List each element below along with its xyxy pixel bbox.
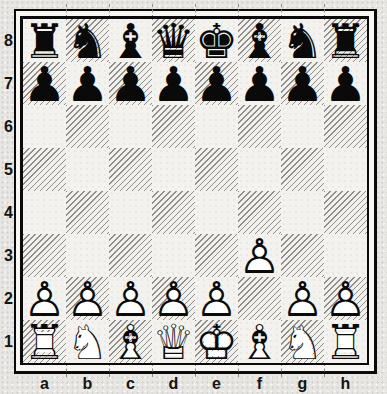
white-pawn-h2: ♟♙ (324, 277, 367, 320)
black-piece-glyph: ♟ (324, 62, 367, 105)
black-rook-a8: ♜ (23, 19, 66, 62)
square-a6[interactable] (23, 105, 66, 148)
square-e5[interactable] (195, 148, 238, 191)
square-f2[interactable] (238, 277, 281, 320)
white-piece-fill: ♟ (66, 277, 109, 320)
square-d8[interactable]: ♛ (152, 19, 195, 62)
black-knight-g8: ♞ (281, 19, 324, 62)
square-f7[interactable]: ♟ (238, 62, 281, 105)
black-king-e8: ♚ (195, 19, 238, 62)
white-piece-outline: ♖ (324, 320, 367, 363)
rank-label-3: 3 (0, 234, 17, 277)
square-h2[interactable]: ♟♙ (324, 277, 367, 320)
square-f5[interactable] (238, 148, 281, 191)
black-knight-b8: ♞ (66, 19, 109, 62)
square-c3[interactable] (109, 234, 152, 277)
white-piece-outline: ♙ (152, 277, 195, 320)
square-b2[interactable]: ♟♙ (66, 277, 109, 320)
black-pawn-g7: ♟ (281, 62, 324, 105)
white-pawn-c2: ♟♙ (109, 277, 152, 320)
white-piece-fill: ♟ (238, 234, 281, 277)
square-g7[interactable]: ♟ (281, 62, 324, 105)
square-a4[interactable] (23, 191, 66, 234)
rank-labels: 87654321 (0, 19, 17, 363)
square-b1[interactable]: ♞♘ (66, 320, 109, 363)
white-rook-a1: ♜♖ (23, 320, 66, 363)
white-pawn-b2: ♟♙ (66, 277, 109, 320)
white-piece-fill: ♞ (66, 320, 109, 363)
white-piece-fill: ♞ (281, 320, 324, 363)
white-piece-fill: ♟ (23, 277, 66, 320)
white-piece-fill: ♝ (238, 320, 281, 363)
square-g1[interactable]: ♞♘ (281, 320, 324, 363)
white-piece-fill: ♟ (109, 277, 152, 320)
square-h6[interactable] (324, 105, 367, 148)
file-labels: abcdefgh (23, 375, 367, 393)
square-c7[interactable]: ♟ (109, 62, 152, 105)
square-g2[interactable]: ♟♙ (281, 277, 324, 320)
white-piece-fill: ♟ (324, 277, 367, 320)
black-piece-glyph: ♝ (109, 19, 152, 62)
white-piece-outline: ♙ (66, 277, 109, 320)
square-g4[interactable] (281, 191, 324, 234)
white-piece-fill: ♟ (195, 277, 238, 320)
square-c5[interactable] (109, 148, 152, 191)
square-f8[interactable]: ♝ (238, 19, 281, 62)
square-f4[interactable] (238, 191, 281, 234)
black-bishop-c8: ♝ (109, 19, 152, 62)
black-piece-glyph: ♟ (23, 62, 66, 105)
square-e4[interactable] (195, 191, 238, 234)
white-piece-fill: ♚ (195, 320, 238, 363)
square-b6[interactable] (66, 105, 109, 148)
square-b5[interactable] (66, 148, 109, 191)
black-pawn-e7: ♟ (195, 62, 238, 105)
square-g5[interactable] (281, 148, 324, 191)
square-d1[interactable]: ♛♕ (152, 320, 195, 363)
square-a7[interactable]: ♟ (23, 62, 66, 105)
square-f6[interactable] (238, 105, 281, 148)
white-bishop-f1: ♝♗ (238, 320, 281, 363)
white-piece-outline: ♘ (66, 320, 109, 363)
file-label-h: h (324, 375, 367, 393)
white-piece-outline: ♙ (23, 277, 66, 320)
square-a3[interactable] (23, 234, 66, 277)
square-c2[interactable]: ♟♙ (109, 277, 152, 320)
white-pawn-a2: ♟♙ (23, 277, 66, 320)
square-b7[interactable]: ♟ (66, 62, 109, 105)
black-piece-glyph: ♛ (152, 19, 195, 62)
white-piece-outline: ♗ (109, 320, 152, 363)
rank-label-5: 5 (0, 148, 17, 191)
black-piece-glyph: ♞ (281, 19, 324, 62)
square-h7[interactable]: ♟ (324, 62, 367, 105)
square-d5[interactable] (152, 148, 195, 191)
square-b3[interactable] (66, 234, 109, 277)
square-e8[interactable]: ♚ (195, 19, 238, 62)
white-pawn-g2: ♟♙ (281, 277, 324, 320)
black-rook-h8: ♜ (324, 19, 367, 62)
file-label-d: d (152, 375, 195, 393)
white-piece-outline: ♕ (152, 320, 195, 363)
white-piece-outline: ♗ (238, 320, 281, 363)
white-piece-outline: ♙ (238, 234, 281, 277)
black-queen-d8: ♛ (152, 19, 195, 62)
white-queen-d1: ♛♕ (152, 320, 195, 363)
square-e7[interactable]: ♟ (195, 62, 238, 105)
file-label-c: c (109, 375, 152, 393)
white-pawn-f3: ♟♙ (238, 234, 281, 277)
white-piece-outline: ♔ (195, 320, 238, 363)
rank-label-4: 4 (0, 191, 17, 234)
black-bishop-f8: ♝ (238, 19, 281, 62)
white-piece-fill: ♜ (324, 320, 367, 363)
white-knight-b1: ♞♘ (66, 320, 109, 363)
white-knight-g1: ♞♘ (281, 320, 324, 363)
square-h5[interactable] (324, 148, 367, 191)
white-pawn-e2: ♟♙ (195, 277, 238, 320)
square-e2[interactable]: ♟♙ (195, 277, 238, 320)
black-piece-glyph: ♟ (66, 62, 109, 105)
rank-label-8: 8 (0, 19, 17, 62)
square-a8[interactable]: ♜ (23, 19, 66, 62)
square-d4[interactable] (152, 191, 195, 234)
square-a5[interactable] (23, 148, 66, 191)
square-g8[interactable]: ♞ (281, 19, 324, 62)
white-piece-fill: ♟ (152, 277, 195, 320)
square-c4[interactable] (109, 191, 152, 234)
black-pawn-d7: ♟ (152, 62, 195, 105)
square-e6[interactable] (195, 105, 238, 148)
white-piece-outline: ♙ (195, 277, 238, 320)
black-pawn-c7: ♟ (109, 62, 152, 105)
square-a1[interactable]: ♜♖ (23, 320, 66, 363)
white-piece-fill: ♝ (109, 320, 152, 363)
square-d3[interactable] (152, 234, 195, 277)
rank-label-6: 6 (0, 105, 17, 148)
square-f1[interactable]: ♝♗ (238, 320, 281, 363)
black-piece-glyph: ♞ (66, 19, 109, 62)
black-pawn-a7: ♟ (23, 62, 66, 105)
square-h3[interactable] (324, 234, 367, 277)
square-d2[interactable]: ♟♙ (152, 277, 195, 320)
square-d6[interactable] (152, 105, 195, 148)
white-rook-h1: ♜♖ (324, 320, 367, 363)
black-piece-glyph: ♜ (324, 19, 367, 62)
square-h8[interactable]: ♜ (324, 19, 367, 62)
black-pawn-b7: ♟ (66, 62, 109, 105)
rank-label-1: 1 (0, 320, 17, 363)
file-label-b: b (66, 375, 109, 393)
square-g6[interactable] (281, 105, 324, 148)
square-b4[interactable] (66, 191, 109, 234)
black-piece-glyph: ♚ (195, 19, 238, 62)
white-piece-outline: ♙ (109, 277, 152, 320)
rank-label-2: 2 (0, 277, 17, 320)
square-h1[interactable]: ♜♖ (324, 320, 367, 363)
black-piece-glyph: ♜ (23, 19, 66, 62)
square-c6[interactable] (109, 105, 152, 148)
black-pawn-h7: ♟ (324, 62, 367, 105)
chess-board: ♜♞♝♛♚♝♞♜♟♟♟♟♟♟♟♟♟♙♟♙♟♙♟♙♟♙♟♙♟♙♟♙♜♖♞♘♝♗♛♕… (23, 19, 367, 363)
white-piece-outline: ♖ (23, 320, 66, 363)
white-piece-outline: ♙ (324, 277, 367, 320)
square-f3[interactable]: ♟♙ (238, 234, 281, 277)
square-c8[interactable]: ♝ (109, 19, 152, 62)
black-piece-glyph: ♝ (238, 19, 281, 62)
square-h4[interactable] (324, 191, 367, 234)
black-piece-glyph: ♟ (109, 62, 152, 105)
rank-label-7: 7 (0, 62, 17, 105)
square-d7[interactable]: ♟ (152, 62, 195, 105)
square-c1[interactable]: ♝♗ (109, 320, 152, 363)
white-king-e1: ♚♔ (195, 320, 238, 363)
white-pawn-d2: ♟♙ (152, 277, 195, 320)
white-piece-fill: ♛ (152, 320, 195, 363)
black-piece-glyph: ♟ (152, 62, 195, 105)
file-label-a: a (23, 375, 66, 393)
black-pawn-f7: ♟ (238, 62, 281, 105)
chess-diagram: ♜♞♝♛♚♝♞♜♟♟♟♟♟♟♟♟♟♙♟♙♟♙♟♙♟♙♟♙♟♙♟♙♜♖♞♘♝♗♛♕… (0, 0, 387, 394)
file-label-e: e (195, 375, 238, 393)
square-e3[interactable] (195, 234, 238, 277)
black-piece-glyph: ♟ (238, 62, 281, 105)
file-label-g: g (281, 375, 324, 393)
white-piece-fill: ♜ (23, 320, 66, 363)
square-g3[interactable] (281, 234, 324, 277)
white-piece-outline: ♙ (281, 277, 324, 320)
white-piece-outline: ♘ (281, 320, 324, 363)
white-piece-fill: ♟ (281, 277, 324, 320)
square-b8[interactable]: ♞ (66, 19, 109, 62)
file-label-f: f (238, 375, 281, 393)
black-piece-glyph: ♟ (195, 62, 238, 105)
square-a2[interactable]: ♟♙ (23, 277, 66, 320)
square-e1[interactable]: ♚♔ (195, 320, 238, 363)
white-bishop-c1: ♝♗ (109, 320, 152, 363)
black-piece-glyph: ♟ (281, 62, 324, 105)
